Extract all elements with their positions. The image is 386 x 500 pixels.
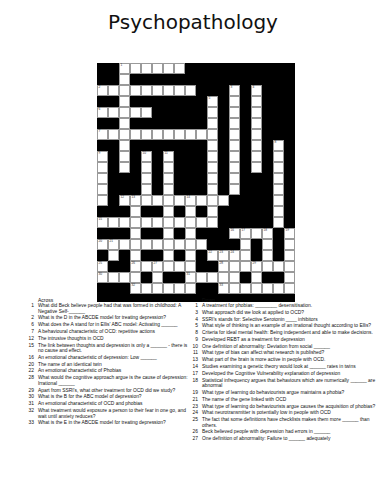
grid-cell[interactable]: 4 <box>251 85 262 96</box>
grid-cell[interactable] <box>229 107 240 118</box>
grid-cell[interactable] <box>229 272 240 283</box>
grid-cell[interactable]: 13 <box>130 195 141 206</box>
grid-cell[interactable] <box>152 272 163 283</box>
grid-cell[interactable] <box>207 195 218 206</box>
grid-cell[interactable] <box>273 195 284 206</box>
grid-cell[interactable] <box>163 162 174 173</box>
grid-cell[interactable] <box>185 206 196 217</box>
grid-cell[interactable] <box>152 85 163 96</box>
grid-cell[interactable] <box>152 63 163 74</box>
grid-cell[interactable] <box>119 129 130 140</box>
clue-item: 21The name of the gene linked with OCD <box>186 397 382 403</box>
grid-block <box>262 85 273 96</box>
grid-cell[interactable]: 8 <box>273 140 284 151</box>
grid-cell[interactable] <box>119 162 130 173</box>
grid-cell[interactable]: 25 <box>97 261 108 272</box>
grid-cell[interactable] <box>251 228 262 239</box>
grid-cell[interactable] <box>163 184 174 195</box>
grid-block <box>240 151 251 162</box>
clue-text: An emotional characteristic of Phobias <box>38 368 121 374</box>
grid-block <box>108 261 119 272</box>
grid-cell[interactable] <box>273 184 284 195</box>
clue-number: 13 <box>186 357 202 363</box>
grid-cell[interactable] <box>229 283 240 294</box>
grid-cell[interactable] <box>229 140 240 151</box>
grid-block <box>273 107 284 118</box>
grid-block <box>251 239 262 250</box>
grid-cell[interactable] <box>229 261 240 272</box>
grid-cell[interactable] <box>185 228 196 239</box>
grid-block <box>251 217 262 228</box>
cell-number: 7 <box>99 130 101 133</box>
grid-block <box>119 173 130 184</box>
grid-cell[interactable] <box>163 173 174 184</box>
grid-cell[interactable] <box>218 272 229 283</box>
grid-cell[interactable] <box>207 272 218 283</box>
cell-number: 12 <box>121 196 125 199</box>
grid-cell[interactable] <box>141 162 152 173</box>
grid-cell[interactable] <box>119 74 130 85</box>
clue-item: 30What is the B for the ABC model of dep… <box>22 394 192 400</box>
grid-block <box>130 118 141 129</box>
grid-block <box>262 96 273 107</box>
grid-cell[interactable]: 5 <box>207 96 218 107</box>
grid-block <box>218 118 229 129</box>
grid-block <box>284 206 295 217</box>
cell-number: 3 <box>231 86 233 89</box>
grid-block <box>262 206 273 217</box>
cell-number: 32 <box>132 284 136 287</box>
grid-cell[interactable] <box>207 173 218 184</box>
grid-cell[interactable] <box>174 261 185 272</box>
clue-item: 28What would the cognitive approach argu… <box>22 375 192 386</box>
grid-cell[interactable] <box>251 272 262 283</box>
cell-number: 29 <box>253 262 257 265</box>
grid-block <box>108 63 119 74</box>
grid-block <box>152 151 163 162</box>
clue-text: Developed REBT as a treatment for depres… <box>202 337 305 343</box>
grid-block <box>108 140 119 151</box>
grid-cell[interactable]: 22 <box>207 250 218 261</box>
grid-cell[interactable]: 3 <box>229 85 240 96</box>
grid-block <box>251 250 262 261</box>
grid-cell[interactable] <box>251 140 262 151</box>
grid-cell[interactable] <box>163 63 174 74</box>
grid-cell[interactable] <box>174 63 185 74</box>
grid-cell[interactable] <box>262 261 273 272</box>
grid-cell[interactable] <box>262 239 273 250</box>
clue-item: 31An emotional characteristic of OCD and… <box>22 401 192 407</box>
grid-cell[interactable] <box>119 118 130 129</box>
grid-cell[interactable] <box>273 173 284 184</box>
grid-cell[interactable] <box>196 272 207 283</box>
grid-cell[interactable] <box>174 85 185 96</box>
grid-block <box>174 151 185 162</box>
clue-number: 10 <box>186 344 202 350</box>
grid-block <box>141 250 152 261</box>
grid-cell[interactable] <box>251 107 262 118</box>
grid-cell[interactable] <box>163 206 174 217</box>
grid-cell[interactable] <box>240 283 251 294</box>
grid-block <box>284 195 295 206</box>
grid-cell[interactable] <box>119 96 130 107</box>
grid-cell[interactable] <box>163 85 174 96</box>
grid-cell[interactable] <box>163 228 174 239</box>
grid-cell[interactable]: 12 <box>119 195 130 206</box>
grid-cell[interactable] <box>141 184 152 195</box>
grid-cell[interactable] <box>141 283 152 294</box>
grid-cell[interactable] <box>284 261 295 272</box>
grid-cell[interactable]: 31 <box>185 272 196 283</box>
grid-block <box>97 250 108 261</box>
grid-block <box>174 228 185 239</box>
grid-cell[interactable]: 15 <box>97 217 108 228</box>
grid-cell[interactable]: 7 <box>97 129 108 140</box>
grid-block <box>174 250 185 261</box>
grid-cell[interactable] <box>119 107 130 118</box>
grid-block <box>141 228 152 239</box>
grid-cell[interactable] <box>185 239 196 250</box>
grid-cell[interactable] <box>97 195 108 206</box>
grid-cell[interactable] <box>262 250 273 261</box>
cell-number: 23 <box>220 251 224 254</box>
grid-cell[interactable]: 11 <box>163 151 174 162</box>
clue-text: What approach did we look at applied to … <box>202 310 304 316</box>
grid-cell[interactable]: 28 <box>218 261 229 272</box>
grid-cell[interactable] <box>284 250 295 261</box>
grid-cell[interactable] <box>130 63 141 74</box>
grid-cell[interactable] <box>152 217 163 228</box>
grid-block <box>262 162 273 173</box>
grid-cell[interactable] <box>97 184 108 195</box>
cell-number: 33 <box>220 284 224 287</box>
clue-number: 30 <box>22 394 38 400</box>
clue-number: 31 <box>22 401 38 407</box>
grid-cell[interactable] <box>130 272 141 283</box>
grid-cell[interactable] <box>251 129 262 140</box>
grid-cell[interactable] <box>163 239 174 250</box>
grid-cell[interactable] <box>251 96 262 107</box>
grid-cell[interactable] <box>229 129 240 140</box>
grid-block <box>130 96 141 107</box>
grid-cell[interactable] <box>152 283 163 294</box>
grid-cell[interactable]: 24 <box>229 250 240 261</box>
grid-cell[interactable] <box>108 217 119 228</box>
grid-cell[interactable] <box>141 217 152 228</box>
grid-block <box>196 63 207 74</box>
grid-cell[interactable] <box>163 217 174 228</box>
grid-block <box>196 283 207 294</box>
grid-cell[interactable] <box>174 239 185 250</box>
cell-number: 4 <box>253 86 255 89</box>
grid-cell[interactable]: 21 <box>108 239 119 250</box>
cell-number: 1 <box>121 64 123 67</box>
grid-cell[interactable] <box>108 107 119 118</box>
grid-cell[interactable] <box>130 228 141 239</box>
clue-item: 24What neurotransmitter is potentially l… <box>186 410 382 416</box>
clue-number: 9 <box>186 337 202 343</box>
grid-cell[interactable]: 6 <box>97 107 108 118</box>
grid-cell[interactable] <box>185 261 196 272</box>
grid-cell[interactable]: 32 <box>130 283 141 294</box>
grid-cell[interactable] <box>141 239 152 250</box>
grid-cell[interactable] <box>141 129 152 140</box>
grid-cell[interactable] <box>97 162 108 173</box>
clue-number: 23 <box>186 404 202 410</box>
grid-cell[interactable] <box>141 107 152 118</box>
grid-block <box>218 206 229 217</box>
grid-cell[interactable] <box>130 250 141 261</box>
clue-number: 33 <box>22 420 38 426</box>
cell-number: 21 <box>110 240 114 243</box>
grid-block <box>108 195 119 206</box>
grid-block <box>119 283 130 294</box>
grid-cell[interactable] <box>207 206 218 217</box>
clue-item: 33What is the E in the ABCDE model for t… <box>22 420 192 426</box>
grid-cell[interactable]: 9 <box>97 151 108 162</box>
grid-block <box>108 206 119 217</box>
down-clues: Down 1A treatment for phobias: ________ … <box>186 297 382 443</box>
clue-text: Beck believed people with depression had… <box>202 429 330 435</box>
grid-block <box>273 129 284 140</box>
grid-cell[interactable]: 30 <box>97 272 108 283</box>
grid-cell[interactable]: 33 <box>218 283 229 294</box>
grid-cell[interactable] <box>141 261 152 272</box>
clue-text: What did Beck believe people had that wa… <box>38 303 192 314</box>
clue-text: The fact that some definitions have chec… <box>202 417 382 428</box>
grid-cell[interactable]: 19 <box>284 228 295 239</box>
grid-cell[interactable] <box>119 239 130 250</box>
grid-block <box>218 228 229 239</box>
grid-cell[interactable] <box>163 283 174 294</box>
grid-cell[interactable] <box>130 206 141 217</box>
grid-block <box>218 63 229 74</box>
grid-cell[interactable]: 27 <box>152 261 163 272</box>
grid-cell[interactable] <box>284 272 295 283</box>
clue-text: An emotional characteristic of depressio… <box>38 355 157 361</box>
clue-item: 23What type of learning do behaviourists… <box>186 404 382 410</box>
grid-cell[interactable] <box>174 217 185 228</box>
clue-number: 18 <box>186 378 202 389</box>
grid-cell[interactable] <box>130 85 141 96</box>
grid-cell[interactable] <box>284 283 295 294</box>
grid-block <box>152 118 163 129</box>
grid-cell[interactable] <box>240 239 251 250</box>
grid-block <box>284 151 295 162</box>
grid-block <box>196 107 207 118</box>
grid-cell[interactable]: 16 <box>229 228 240 239</box>
grid-cell[interactable] <box>251 283 262 294</box>
clue-number: 16 <box>22 355 38 361</box>
clue-text: Criteria for ideal mental health: Being … <box>202 330 373 336</box>
grid-cell[interactable] <box>196 129 207 140</box>
clue-text: What part of the brain is more active in… <box>202 357 325 363</box>
grid-cell[interactable] <box>207 151 218 162</box>
grid-cell[interactable] <box>218 195 229 206</box>
grid-block <box>152 140 163 151</box>
grid-cell[interactable] <box>163 129 174 140</box>
grid-cell[interactable] <box>108 272 119 283</box>
grid-block <box>152 250 163 261</box>
grid-block <box>284 85 295 96</box>
grid-cell[interactable] <box>163 195 174 206</box>
grid-cell[interactable]: 2 <box>97 85 108 96</box>
grid-cell[interactable] <box>196 195 207 206</box>
grid-cell[interactable]: 14 <box>185 195 196 206</box>
grid-block <box>185 118 196 129</box>
clue-item: 18Statistical infrequency argues that be… <box>186 378 382 389</box>
grid-block <box>196 118 207 129</box>
grid-block <box>108 173 119 184</box>
clue-number: 2 <box>22 315 38 321</box>
grid-cell[interactable] <box>251 162 262 173</box>
clue-number: 1 <box>22 303 38 314</box>
grid-cell[interactable] <box>119 85 130 96</box>
cell-number: 6 <box>99 108 101 111</box>
grid-cell[interactable] <box>163 250 174 261</box>
clue-text: The name of an identical twin <box>38 362 102 368</box>
grid-block <box>196 162 207 173</box>
grid-cell[interactable] <box>207 129 218 140</box>
grid-cell[interactable] <box>240 250 251 261</box>
grid-cell[interactable]: 29 <box>251 261 262 272</box>
grid-block <box>108 151 119 162</box>
cell-number: 26 <box>132 262 136 265</box>
grid-cell[interactable] <box>141 85 152 96</box>
grid-block <box>174 107 185 118</box>
grid-cell[interactable]: 26 <box>130 261 141 272</box>
grid-cell[interactable]: 23 <box>218 250 229 261</box>
grid-cell[interactable] <box>196 217 207 228</box>
grid-cell[interactable] <box>229 118 240 129</box>
clue-number: 14 <box>186 364 202 370</box>
grid-cell[interactable] <box>108 85 119 96</box>
grid-cell[interactable] <box>130 107 141 118</box>
clue-item: 17Developed the Cognitive Vulnerability … <box>186 371 382 377</box>
grid-block <box>196 173 207 184</box>
grid-cell[interactable] <box>251 151 262 162</box>
grid-cell[interactable] <box>240 261 251 272</box>
clue-text: What type of bias can affect what resear… <box>202 350 324 356</box>
grid-block <box>152 173 163 184</box>
grid-cell[interactable] <box>207 107 218 118</box>
grid-block <box>196 261 207 272</box>
grid-cell[interactable]: 18 <box>262 228 273 239</box>
grid-cell[interactable] <box>141 195 152 206</box>
cell-number: 27 <box>154 262 158 265</box>
grid-cell[interactable] <box>273 162 284 173</box>
grid-block <box>240 217 251 228</box>
grid-cell[interactable] <box>185 217 196 228</box>
grid-block <box>152 206 163 217</box>
grid-block <box>262 272 273 283</box>
grid-cell[interactable] <box>229 151 240 162</box>
clue-text: A behavioural characteristic of OCD: rep… <box>38 329 155 335</box>
grid-cell[interactable] <box>229 184 240 195</box>
clue-number: 8 <box>186 330 202 336</box>
grid-cell[interactable] <box>284 239 295 250</box>
grid-block <box>141 96 152 107</box>
grid-cell[interactable] <box>196 239 207 250</box>
clue-number: 4 <box>186 317 202 323</box>
grid-cell[interactable] <box>141 63 152 74</box>
grid-block <box>196 184 207 195</box>
grid-block <box>185 140 196 151</box>
grid-cell[interactable] <box>273 283 284 294</box>
cell-number: 9 <box>99 152 101 155</box>
clue-number: 28 <box>22 375 38 386</box>
grid-cell[interactable]: 1 <box>119 63 130 74</box>
cell-number: 16 <box>231 229 235 232</box>
clue-item: 12The intrusive thoughts in OCD <box>22 336 192 342</box>
grid-cell[interactable] <box>174 195 185 206</box>
grid-cell[interactable] <box>97 173 108 184</box>
grid-cell[interactable] <box>108 250 119 261</box>
grid-cell[interactable] <box>119 272 130 283</box>
grid-cell[interactable] <box>207 140 218 151</box>
grid-cell[interactable] <box>229 173 240 184</box>
grid-cell[interactable] <box>185 283 196 294</box>
grid-block <box>174 272 185 283</box>
grid-cell[interactable] <box>152 129 163 140</box>
grid-cell[interactable] <box>207 184 218 195</box>
grid-cell[interactable] <box>207 162 218 173</box>
grid-cell[interactable] <box>119 140 130 151</box>
clue-text: What type of learning do behaviourists a… <box>202 390 344 396</box>
grid-cell[interactable] <box>119 217 130 228</box>
grid-cell[interactable] <box>273 206 284 217</box>
clue-item: 26Beck believed people with depression h… <box>186 429 382 435</box>
clue-item: 27One definition of abnormality: Failure… <box>186 436 382 442</box>
grid-cell[interactable] <box>273 261 284 272</box>
grid-cell[interactable] <box>152 195 163 206</box>
grid-cell[interactable] <box>174 129 185 140</box>
grid-cell[interactable] <box>141 173 152 184</box>
clue-text: Studies examining a genetic theory would… <box>202 364 356 370</box>
grid-cell[interactable] <box>273 151 284 162</box>
grid-cell[interactable] <box>130 239 141 250</box>
grid-cell[interactable] <box>163 261 174 272</box>
grid-block <box>218 140 229 151</box>
grid-cell[interactable] <box>130 217 141 228</box>
clue-number: 15 <box>22 343 38 354</box>
grid-cell[interactable]: 10 <box>141 151 152 162</box>
grid-block <box>207 228 218 239</box>
grid-cell[interactable] <box>207 217 218 228</box>
grid-cell[interactable] <box>152 239 163 250</box>
grid-cell[interactable] <box>229 96 240 107</box>
clue-item: 8Criteria for ideal mental health: Being… <box>186 330 382 336</box>
grid-cell[interactable] <box>130 129 141 140</box>
grid-block <box>196 206 207 217</box>
grid-cell[interactable] <box>262 283 273 294</box>
grid-cell[interactable] <box>229 162 240 173</box>
clue-text: What is the E in the ABCDE model for tre… <box>38 420 166 426</box>
grid-cell[interactable] <box>185 85 196 96</box>
grid-cell[interactable] <box>185 129 196 140</box>
grid-cell[interactable] <box>174 283 185 294</box>
grid-cell[interactable] <box>273 217 284 228</box>
grid-block <box>262 63 273 74</box>
grid-cell[interactable] <box>185 250 196 261</box>
grid-cell[interactable]: 17 <box>240 228 251 239</box>
grid-cell[interactable]: 20 <box>97 239 108 250</box>
grid-cell[interactable] <box>207 118 218 129</box>
clue-text: What is the B for the ABC model of depre… <box>38 394 142 400</box>
grid-cell[interactable] <box>108 129 119 140</box>
grid-cell[interactable] <box>251 118 262 129</box>
grid-cell[interactable] <box>119 151 130 162</box>
